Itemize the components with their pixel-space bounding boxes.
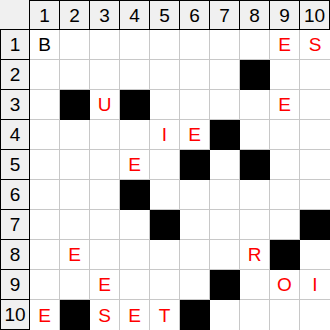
cell-r5c7[interactable] — [210, 150, 240, 180]
cell-r7c8[interactable] — [240, 210, 270, 240]
cell-r2c7[interactable] — [210, 60, 240, 90]
cell-r1c5[interactable] — [150, 30, 180, 60]
cell-r2c4[interactable] — [120, 60, 150, 90]
cell-r4c2[interactable] — [60, 120, 90, 150]
cell-r4c1[interactable] — [30, 120, 60, 150]
cell-r8c1[interactable] — [30, 240, 60, 270]
cell-r9c5[interactable] — [150, 270, 180, 300]
cell-r2c1[interactable] — [30, 60, 60, 90]
crossword-board: 123456789101BES23UE4IE5E678ER9EOI10ESET — [0, 0, 330, 330]
cell-r1c3[interactable] — [90, 30, 120, 60]
block-cell-r10c2 — [60, 300, 90, 330]
cell-r5c9[interactable] — [270, 150, 300, 180]
cell-r4c10[interactable] — [300, 120, 330, 150]
cell-r2c2[interactable] — [60, 60, 90, 90]
cell-r6c2[interactable] — [60, 180, 90, 210]
cell-r1c10[interactable]: S — [300, 30, 330, 60]
block-cell-r2c8 — [240, 60, 270, 90]
cell-r7c6[interactable] — [180, 210, 210, 240]
row-header-2: 2 — [0, 60, 30, 90]
cell-r1c9[interactable]: E — [270, 30, 300, 60]
cell-r9c10[interactable]: I — [300, 270, 330, 300]
col-header-3: 3 — [90, 0, 120, 30]
cell-r4c5[interactable]: I — [150, 120, 180, 150]
col-header-1: 1 — [30, 0, 60, 30]
cell-r8c4[interactable] — [120, 240, 150, 270]
cell-r7c4[interactable] — [120, 210, 150, 240]
cell-r9c9[interactable]: O — [270, 270, 300, 300]
cell-r3c7[interactable] — [210, 90, 240, 120]
cell-r10c5[interactable]: T — [150, 300, 180, 330]
cell-r8c5[interactable] — [150, 240, 180, 270]
cell-r8c8[interactable]: R — [240, 240, 270, 270]
cell-r6c1[interactable] — [30, 180, 60, 210]
cell-r9c8[interactable] — [240, 270, 270, 300]
cell-r7c7[interactable] — [210, 210, 240, 240]
cell-r9c6[interactable] — [180, 270, 210, 300]
cell-r1c6[interactable] — [180, 30, 210, 60]
row-header-7: 7 — [0, 210, 30, 240]
cell-r9c4[interactable] — [120, 270, 150, 300]
cell-r1c4[interactable] — [120, 30, 150, 60]
cell-r2c10[interactable] — [300, 60, 330, 90]
cell-r4c8[interactable] — [240, 120, 270, 150]
cell-r3c8[interactable] — [240, 90, 270, 120]
col-header-2: 2 — [60, 0, 90, 30]
col-header-10: 10 — [300, 0, 330, 30]
cell-r1c1[interactable]: B — [30, 30, 60, 60]
row-header-6: 6 — [0, 180, 30, 210]
block-cell-r3c4 — [120, 90, 150, 120]
col-header-9: 9 — [270, 0, 300, 30]
cell-r6c3[interactable] — [90, 180, 120, 210]
col-header-5: 5 — [150, 0, 180, 30]
row-header-10: 10 — [0, 300, 30, 330]
cell-r4c4[interactable] — [120, 120, 150, 150]
cell-r2c9[interactable] — [270, 60, 300, 90]
col-header-7: 7 — [210, 0, 240, 30]
cell-r2c3[interactable] — [90, 60, 120, 90]
block-cell-r5c8 — [240, 150, 270, 180]
col-header-8: 8 — [240, 0, 270, 30]
row-header-5: 5 — [0, 150, 30, 180]
cell-r10c10[interactable] — [300, 300, 330, 330]
block-cell-r6c4 — [120, 180, 150, 210]
cell-r10c7[interactable] — [210, 300, 240, 330]
row-header-9: 9 — [0, 270, 30, 300]
cell-r8c3[interactable] — [90, 240, 120, 270]
cell-r7c1[interactable] — [30, 210, 60, 240]
cell-r9c1[interactable] — [30, 270, 60, 300]
cell-r3c9[interactable]: E — [270, 90, 300, 120]
col-header-4: 4 — [120, 0, 150, 30]
cell-r5c4[interactable]: E — [120, 150, 150, 180]
corner-cell — [0, 0, 30, 30]
cell-r1c2[interactable] — [60, 30, 90, 60]
col-header-6: 6 — [180, 0, 210, 30]
cell-r3c6[interactable] — [180, 90, 210, 120]
row-header-1: 1 — [0, 30, 30, 60]
cell-r6c10[interactable] — [300, 180, 330, 210]
cell-r1c8[interactable] — [240, 30, 270, 60]
cell-r6c7[interactable] — [210, 180, 240, 210]
cell-r8c6[interactable] — [180, 240, 210, 270]
cell-r5c10[interactable] — [300, 150, 330, 180]
cell-r10c9[interactable] — [270, 300, 300, 330]
cell-r6c5[interactable] — [150, 180, 180, 210]
cell-r9c2[interactable] — [60, 270, 90, 300]
cell-r6c8[interactable] — [240, 180, 270, 210]
block-cell-r10c6 — [180, 300, 210, 330]
row-header-8: 8 — [0, 240, 30, 270]
cell-r8c10[interactable] — [300, 240, 330, 270]
cell-r5c2[interactable] — [60, 150, 90, 180]
cell-r7c2[interactable] — [60, 210, 90, 240]
block-cell-r3c2 — [60, 90, 90, 120]
cell-r1c7[interactable] — [210, 30, 240, 60]
row-header-4: 4 — [0, 120, 30, 150]
block-cell-r8c9 — [270, 240, 300, 270]
cell-r6c9[interactable] — [270, 180, 300, 210]
cell-r10c3[interactable]: S — [90, 300, 120, 330]
block-cell-r9c7 — [210, 270, 240, 300]
cell-r5c1[interactable] — [30, 150, 60, 180]
cell-r6c6[interactable] — [180, 180, 210, 210]
block-cell-r4c7 — [210, 120, 240, 150]
cell-r2c5[interactable] — [150, 60, 180, 90]
block-cell-r5c6 — [180, 150, 210, 180]
cell-r3c10[interactable] — [300, 90, 330, 120]
cell-r10c8[interactable] — [240, 300, 270, 330]
block-cell-r7c10 — [300, 210, 330, 240]
cell-r2c6[interactable] — [180, 60, 210, 90]
cell-r3c3[interactable]: U — [90, 90, 120, 120]
cell-r10c1[interactable]: E — [30, 300, 60, 330]
cell-r3c5[interactable] — [150, 90, 180, 120]
cell-r4c6[interactable]: E — [180, 120, 210, 150]
cell-r3c1[interactable] — [30, 90, 60, 120]
cell-r8c2[interactable]: E — [60, 240, 90, 270]
cell-r7c9[interactable] — [270, 210, 300, 240]
cell-r9c3[interactable]: E — [90, 270, 120, 300]
cell-r10c4[interactable]: E — [120, 300, 150, 330]
cell-r5c5[interactable] — [150, 150, 180, 180]
cell-r7c3[interactable] — [90, 210, 120, 240]
block-cell-r7c5 — [150, 210, 180, 240]
cell-r8c7[interactable] — [210, 240, 240, 270]
cell-r4c3[interactable] — [90, 120, 120, 150]
row-header-3: 3 — [0, 90, 30, 120]
cell-r5c3[interactable] — [90, 150, 120, 180]
cell-r4c9[interactable] — [270, 120, 300, 150]
